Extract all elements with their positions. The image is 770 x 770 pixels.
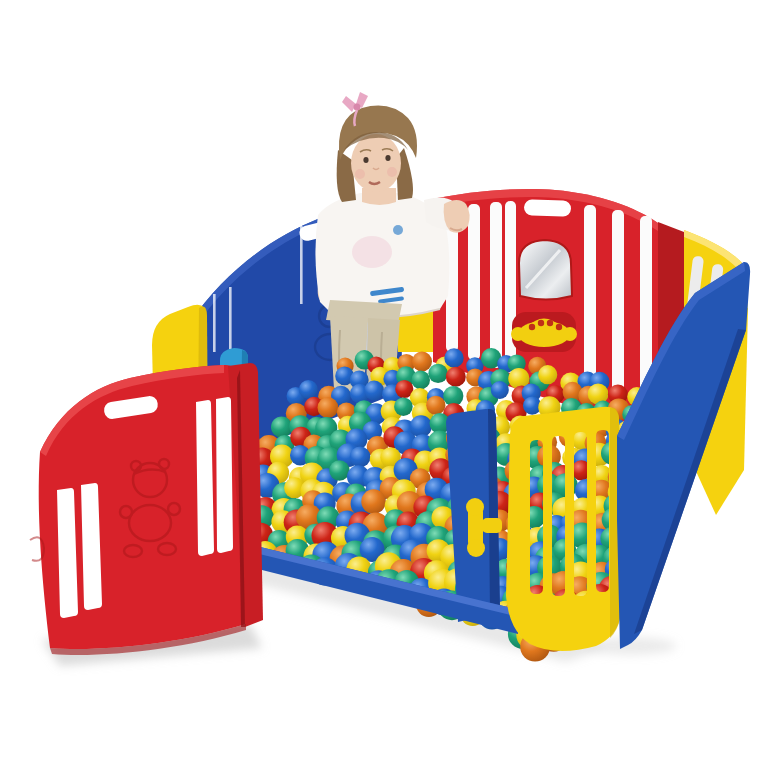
product-photo	[0, 0, 770, 770]
ball	[443, 386, 463, 406]
red-panel-handle-cutout	[524, 199, 572, 217]
ball	[271, 416, 292, 437]
ball	[350, 447, 371, 468]
ball	[426, 396, 445, 415]
ball	[412, 352, 432, 372]
ball	[538, 365, 557, 384]
ball	[428, 364, 447, 383]
ball	[361, 489, 386, 514]
scene-svg	[0, 0, 770, 770]
ball	[364, 381, 384, 401]
ball	[444, 348, 463, 367]
ball	[394, 397, 413, 416]
ball	[318, 397, 339, 418]
shirt-pink-print	[352, 236, 392, 268]
activity-toy	[511, 312, 577, 352]
ball	[329, 460, 349, 480]
ball	[411, 371, 430, 390]
ball	[491, 381, 509, 399]
ball	[446, 367, 466, 387]
ball	[410, 415, 432, 437]
ball	[299, 380, 318, 399]
mirror-window	[519, 240, 572, 300]
